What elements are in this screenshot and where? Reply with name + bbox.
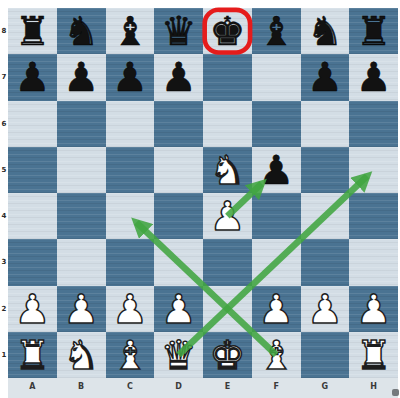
square-b1[interactable]: ♞ bbox=[57, 332, 106, 378]
square-h5[interactable] bbox=[349, 147, 398, 193]
square-e3[interactable] bbox=[203, 239, 252, 285]
piece-white-bishop[interactable]: ♝ bbox=[258, 332, 294, 378]
square-a7[interactable]: ♟ bbox=[8, 54, 57, 100]
square-c5[interactable] bbox=[106, 147, 155, 193]
square-h8[interactable]: ♜ bbox=[349, 8, 398, 54]
piece-white-rook[interactable]: ♜ bbox=[14, 332, 50, 378]
rank-label-1: 1 bbox=[0, 332, 8, 378]
piece-white-pawn[interactable]: ♟ bbox=[258, 286, 294, 332]
square-g3[interactable] bbox=[301, 239, 350, 285]
rank-label-4: 4 bbox=[0, 193, 8, 239]
square-f5[interactable]: ♟ bbox=[252, 147, 301, 193]
file-label-a: A bbox=[8, 378, 57, 398]
piece-black-pawn[interactable]: ♟ bbox=[161, 54, 197, 100]
square-a6[interactable] bbox=[8, 101, 57, 147]
piece-white-bishop[interactable]: ♝ bbox=[112, 332, 148, 378]
square-h6[interactable] bbox=[349, 101, 398, 147]
piece-white-pawn[interactable]: ♟ bbox=[307, 286, 343, 332]
piece-white-pawn[interactable]: ♟ bbox=[356, 286, 392, 332]
square-e2[interactable] bbox=[203, 286, 252, 332]
square-h2[interactable]: ♟ bbox=[349, 286, 398, 332]
piece-black-pawn[interactable]: ♟ bbox=[63, 54, 99, 100]
piece-white-pawn[interactable]: ♟ bbox=[209, 193, 245, 239]
square-e1[interactable]: ♚ bbox=[203, 332, 252, 378]
file-label-c: C bbox=[106, 378, 155, 398]
rank-label-2: 2 bbox=[0, 286, 8, 332]
square-e7[interactable] bbox=[203, 54, 252, 100]
piece-black-bishop[interactable]: ♝ bbox=[112, 8, 148, 54]
piece-black-king[interactable]: ♚ bbox=[209, 8, 245, 54]
square-b3[interactable] bbox=[57, 239, 106, 285]
square-g4[interactable] bbox=[301, 193, 350, 239]
square-d5[interactable] bbox=[154, 147, 203, 193]
square-a1[interactable]: ♜ bbox=[8, 332, 57, 378]
square-g1[interactable] bbox=[301, 332, 350, 378]
square-a5[interactable] bbox=[8, 147, 57, 193]
square-b5[interactable] bbox=[57, 147, 106, 193]
file-label-e: E bbox=[203, 378, 252, 398]
piece-black-pawn[interactable]: ♟ bbox=[112, 54, 148, 100]
piece-white-pawn[interactable]: ♟ bbox=[161, 286, 197, 332]
square-e6[interactable] bbox=[203, 101, 252, 147]
square-g8[interactable]: ♞ bbox=[301, 8, 350, 54]
square-c7[interactable]: ♟ bbox=[106, 54, 155, 100]
chess-board[interactable]: ♜♞♝♛♚♝♞♜♟♟♟♟♟♟♞♟♟♟♟♟♟♟♟♟♜♞♝♛♚♝♜ bbox=[8, 8, 398, 378]
square-g2[interactable]: ♟ bbox=[301, 286, 350, 332]
piece-black-bishop[interactable]: ♝ bbox=[258, 8, 294, 54]
square-b7[interactable]: ♟ bbox=[57, 54, 106, 100]
square-a2[interactable]: ♟ bbox=[8, 286, 57, 332]
square-c2[interactable]: ♟ bbox=[106, 286, 155, 332]
piece-black-pawn[interactable]: ♟ bbox=[307, 54, 343, 100]
square-f3[interactable] bbox=[252, 239, 301, 285]
piece-white-queen[interactable]: ♛ bbox=[161, 332, 197, 378]
square-h3[interactable] bbox=[349, 239, 398, 285]
square-a8[interactable]: ♜ bbox=[8, 8, 57, 54]
file-label-d: D bbox=[154, 378, 203, 398]
rank-label-8: 8 bbox=[0, 8, 8, 54]
piece-black-queen[interactable]: ♛ bbox=[161, 8, 197, 54]
square-b8[interactable]: ♞ bbox=[57, 8, 106, 54]
square-e8[interactable]: ♚ bbox=[203, 8, 252, 54]
square-b4[interactable] bbox=[57, 193, 106, 239]
square-d6[interactable] bbox=[154, 101, 203, 147]
piece-white-knight[interactable]: ♞ bbox=[209, 147, 245, 193]
square-h4[interactable] bbox=[349, 193, 398, 239]
square-b2[interactable]: ♟ bbox=[57, 286, 106, 332]
piece-black-knight[interactable]: ♞ bbox=[63, 8, 99, 54]
piece-black-rook[interactable]: ♜ bbox=[356, 8, 392, 54]
square-a4[interactable] bbox=[8, 193, 57, 239]
square-d1[interactable]: ♛ bbox=[154, 332, 203, 378]
piece-black-rook[interactable]: ♜ bbox=[14, 8, 50, 54]
square-e5[interactable]: ♞ bbox=[203, 147, 252, 193]
watermark-icon bbox=[392, 389, 399, 396]
square-c4[interactable] bbox=[106, 193, 155, 239]
square-d2[interactable]: ♟ bbox=[154, 286, 203, 332]
square-c1[interactable]: ♝ bbox=[106, 332, 155, 378]
piece-black-pawn[interactable]: ♟ bbox=[258, 147, 294, 193]
piece-black-pawn[interactable]: ♟ bbox=[356, 54, 392, 100]
square-f4[interactable] bbox=[252, 193, 301, 239]
piece-white-king[interactable]: ♚ bbox=[209, 332, 245, 378]
piece-white-pawn[interactable]: ♟ bbox=[14, 286, 50, 332]
square-h1[interactable]: ♜ bbox=[349, 332, 398, 378]
rank-label-7: 7 bbox=[0, 54, 8, 100]
square-g5[interactable] bbox=[301, 147, 350, 193]
square-f8[interactable]: ♝ bbox=[252, 8, 301, 54]
square-h7[interactable]: ♟ bbox=[349, 54, 398, 100]
chess-board-screenshot: 87654321 ♜♞♝♛♚♝♞♜♟♟♟♟♟♟♞♟♟♟♟♟♟♟♟♟♜♞♝♛♚♝♜… bbox=[0, 0, 400, 398]
square-e4[interactable]: ♟ bbox=[203, 193, 252, 239]
square-f2[interactable]: ♟ bbox=[252, 286, 301, 332]
file-label-g: G bbox=[301, 378, 350, 398]
piece-black-pawn[interactable]: ♟ bbox=[14, 54, 50, 100]
square-g6[interactable] bbox=[301, 101, 350, 147]
piece-white-knight[interactable]: ♞ bbox=[63, 332, 99, 378]
square-c8[interactable]: ♝ bbox=[106, 8, 155, 54]
square-c6[interactable] bbox=[106, 101, 155, 147]
rank-label-5: 5 bbox=[0, 147, 8, 193]
file-labels: ABCDEFGH bbox=[8, 378, 398, 398]
square-b6[interactable] bbox=[57, 101, 106, 147]
square-g7[interactable]: ♟ bbox=[301, 54, 350, 100]
piece-black-knight[interactable]: ♞ bbox=[307, 8, 343, 54]
square-c3[interactable] bbox=[106, 239, 155, 285]
file-label-b: B bbox=[57, 378, 106, 398]
rank-label-3: 3 bbox=[0, 239, 8, 285]
square-f7[interactable] bbox=[252, 54, 301, 100]
file-label-h: H bbox=[349, 378, 398, 398]
square-d3[interactable] bbox=[154, 239, 203, 285]
square-f6[interactable] bbox=[252, 101, 301, 147]
piece-white-rook[interactable]: ♜ bbox=[356, 332, 392, 378]
square-d8[interactable]: ♛ bbox=[154, 8, 203, 54]
square-f1[interactable]: ♝ bbox=[252, 332, 301, 378]
square-a3[interactable] bbox=[8, 239, 57, 285]
square-d4[interactable] bbox=[154, 193, 203, 239]
piece-white-pawn[interactable]: ♟ bbox=[112, 286, 148, 332]
rank-label-6: 6 bbox=[0, 101, 8, 147]
piece-white-pawn[interactable]: ♟ bbox=[63, 286, 99, 332]
rank-labels: 87654321 bbox=[0, 8, 8, 378]
file-label-f: F bbox=[252, 378, 301, 398]
square-d7[interactable]: ♟ bbox=[154, 54, 203, 100]
